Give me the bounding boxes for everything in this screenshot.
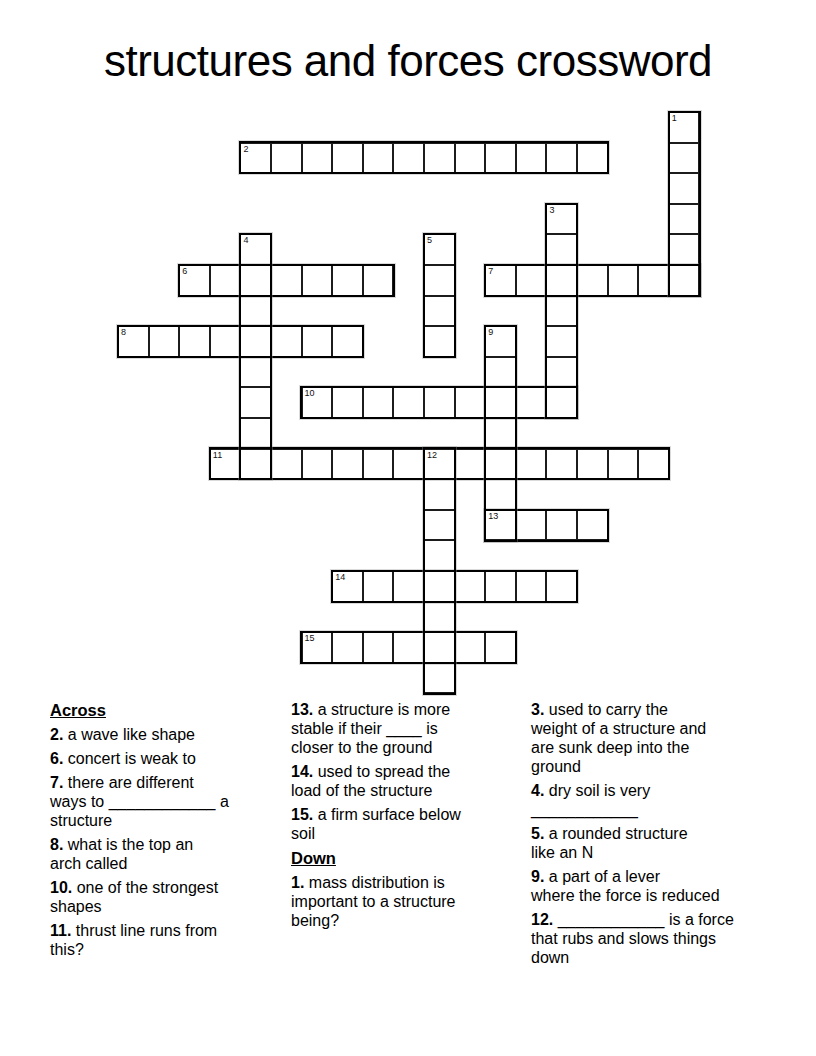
grid-cell-r11c7[interactable] [331, 448, 364, 481]
across-clue-13: 13. a structure is more stable if their … [291, 700, 523, 757]
grid-cell-r17c11[interactable] [454, 631, 487, 664]
down-clue-1: 1. mass distribution is important to a s… [291, 873, 523, 930]
grid-cell-r9c7[interactable] [331, 386, 364, 419]
grid-cell-r8c14[interactable] [545, 356, 578, 389]
grid-cell-r9c8[interactable] [362, 386, 395, 419]
grid-cell-r5c13[interactable] [515, 264, 548, 297]
grid-cell-r15c14[interactable] [545, 570, 578, 603]
grid-cell-r4c10[interactable]: 5 [423, 233, 456, 266]
clue-text: a part of a lever where the force is red… [531, 868, 720, 904]
clue-number-label: 15. [291, 806, 313, 823]
grid-cell-r9c10[interactable] [423, 386, 456, 419]
grid-cell-r18c10[interactable] [423, 662, 456, 695]
grid-cell-r7c5[interactable] [270, 325, 303, 358]
worksheet-page: structures and forces crossword 12345678… [0, 0, 816, 1056]
across-clue-7: 7. there are different ways to _________… [50, 773, 288, 830]
cell-number-13: 13 [488, 511, 498, 521]
grid-cell-r11c17[interactable] [637, 448, 670, 481]
cell-number-7: 7 [488, 266, 493, 276]
across-clue-6: 6. concert is weak to [50, 749, 288, 768]
grid-cell-r15c9[interactable] [392, 570, 425, 603]
grid-cell-r5c12[interactable]: 7 [484, 264, 517, 297]
grid-cell-r13c13[interactable] [515, 509, 548, 542]
grid-cell-r15c7[interactable]: 14 [331, 570, 364, 603]
grid-cell-r13c10[interactable] [423, 509, 456, 542]
clue-number-label: 13. [291, 701, 313, 718]
grid-cell-r11c10[interactable]: 12 [423, 448, 456, 481]
grid-cell-r1c7[interactable] [331, 142, 364, 175]
grid-cell-r11c4[interactable] [239, 448, 272, 481]
grid-cell-r1c18[interactable] [668, 142, 701, 175]
grid-cell-r4c14[interactable] [545, 233, 578, 266]
cell-number-1: 1 [672, 113, 677, 123]
down-clue-12: 12. ____________ is a force that rubs an… [531, 910, 775, 967]
grid-cell-r11c9[interactable] [392, 448, 425, 481]
grid-cell-r17c12[interactable] [484, 631, 517, 664]
grid-cell-r11c12[interactable] [484, 448, 517, 481]
grid-cell-r7c2[interactable] [178, 325, 211, 358]
grid-cell-r17c8[interactable] [362, 631, 395, 664]
grid-cell-r11c14[interactable] [545, 448, 578, 481]
grid-cell-r5c2[interactable]: 6 [178, 264, 211, 297]
clue-number-label: 3. [531, 701, 544, 718]
grid-cell-r13c15[interactable] [576, 509, 609, 542]
grid-cell-r4c4[interactable]: 4 [239, 233, 272, 266]
grid-cell-r12c10[interactable] [423, 478, 456, 511]
grid-cell-r1c9[interactable] [392, 142, 425, 175]
grid-cell-r5c15[interactable] [576, 264, 609, 297]
clue-number-label: 4. [531, 782, 544, 799]
clue-number-label: 10. [50, 879, 72, 896]
grid-cell-r9c9[interactable] [392, 386, 425, 419]
puzzle-title: structures and forces crossword [0, 36, 816, 86]
grid-cell-r1c11[interactable] [454, 142, 487, 175]
clue-number-label: 5. [531, 825, 544, 842]
cell-number-4: 4 [243, 235, 248, 245]
grid-cell-r1c4[interactable]: 2 [239, 142, 272, 175]
grid-cell-r7c10[interactable] [423, 325, 456, 358]
cell-number-10: 10 [305, 388, 315, 398]
grid-cell-r1c10[interactable] [423, 142, 456, 175]
down-clue-4: 4. dry soil is very ____________ [531, 781, 775, 819]
grid-cell-r11c6[interactable] [301, 448, 334, 481]
grid-cell-r5c7[interactable] [331, 264, 364, 297]
grid-cell-r7c12[interactable]: 9 [484, 325, 517, 358]
cell-number-9: 9 [488, 327, 493, 337]
clue-number-label: 6. [50, 750, 63, 767]
cell-number-11: 11 [213, 450, 222, 460]
grid-cell-r1c13[interactable] [515, 142, 548, 175]
grid-cell-r11c13[interactable] [515, 448, 548, 481]
grid-cell-r3c14[interactable]: 3 [545, 203, 578, 236]
grid-cell-r5c4[interactable] [239, 264, 272, 297]
grid-cell-r9c14[interactable] [545, 386, 578, 419]
grid-cell-r9c11[interactable] [454, 386, 487, 419]
crossword-grid: 123456789101112131415 [117, 111, 702, 696]
clue-number-label: 11. [50, 922, 71, 939]
across-clue-2: 2. a wave like shape [50, 725, 288, 744]
down-clue-9: 9. a part of a lever where the force is … [531, 867, 775, 905]
cell-number-6: 6 [182, 266, 187, 276]
grid-cell-r11c16[interactable] [607, 448, 640, 481]
clue-text: a rounded structure like an N [531, 825, 688, 861]
grid-cell-r9c13[interactable] [515, 386, 548, 419]
grid-cell-r6c4[interactable] [239, 295, 272, 328]
down-header: Down [291, 848, 523, 868]
grid-cell-r15c8[interactable] [362, 570, 395, 603]
grid-cell-r7c3[interactable] [209, 325, 242, 358]
grid-cell-r15c11[interactable] [454, 570, 487, 603]
grid-cell-r11c3[interactable]: 11 [209, 448, 242, 481]
grid-cell-r17c10[interactable] [423, 631, 456, 664]
clue-number-label: 14. [291, 763, 313, 780]
clue-number-label: 7. [50, 774, 63, 791]
grid-cell-r0c18[interactable]: 1 [668, 111, 701, 144]
grid-cell-r7c14[interactable] [545, 325, 578, 358]
across-header: Across [50, 700, 288, 720]
cell-number-12: 12 [427, 450, 437, 460]
grid-cell-r1c5[interactable] [270, 142, 303, 175]
grid-cell-r5c18[interactable] [668, 264, 701, 297]
grid-cell-r16c10[interactable] [423, 601, 456, 634]
cell-number-5: 5 [427, 235, 432, 245]
grid-cell-r5c6[interactable] [301, 264, 334, 297]
clues-column-1: Across2. a wave like shape6. concert is … [50, 700, 288, 964]
down-clue-5: 5. a rounded structure like an N [531, 824, 775, 862]
grid-cell-r14c10[interactable] [423, 539, 456, 572]
grid-cell-r5c5[interactable] [270, 264, 303, 297]
grid-cell-r11c8[interactable] [362, 448, 395, 481]
clues-column-2: 13. a structure is more stable if their … [291, 700, 523, 935]
grid-cell-r7c4[interactable] [239, 325, 272, 358]
clue-text: one of the strongest shapes [50, 879, 218, 915]
cell-number-15: 15 [305, 633, 315, 643]
grid-cell-r15c13[interactable] [515, 570, 548, 603]
grid-cell-r8c4[interactable] [239, 356, 272, 389]
grid-cell-r1c15[interactable] [576, 142, 609, 175]
clue-number-label: 12. [531, 911, 553, 928]
grid-cell-r7c1[interactable] [148, 325, 181, 358]
grid-cell-r1c8[interactable] [362, 142, 395, 175]
grid-cell-r9c4[interactable] [239, 386, 272, 419]
grid-cell-r13c12[interactable]: 13 [484, 509, 517, 542]
clue-number-label: 1. [291, 874, 304, 891]
grid-cell-r2c18[interactable] [668, 172, 701, 205]
clue-text: mass distribution is important to a stru… [291, 874, 456, 929]
clue-number-label: 2. [50, 726, 63, 743]
grid-cell-r8c12[interactable] [484, 356, 517, 389]
grid-cell-r5c8[interactable] [362, 264, 395, 297]
grid-cell-r9c6[interactable]: 10 [301, 386, 334, 419]
cell-number-2: 2 [243, 144, 248, 154]
clue-text: thrust line runs from this? [50, 922, 217, 958]
down-clue-3: 3. used to carry the weight of a structu… [531, 700, 775, 776]
grid-cell-r5c16[interactable] [607, 264, 640, 297]
grid-cell-r5c17[interactable] [637, 264, 670, 297]
grid-cell-r7c6[interactable] [301, 325, 334, 358]
cell-number-3: 3 [549, 205, 554, 215]
cell-number-8: 8 [121, 327, 126, 337]
clue-text: ____________ is a force that rubs and sl… [531, 911, 734, 966]
clue-number-label: 9. [531, 868, 544, 885]
grid-cell-r1c14[interactable] [545, 142, 578, 175]
grid-cell-r3c18[interactable] [668, 203, 701, 236]
grid-cell-r17c9[interactable] [392, 631, 425, 664]
across-clue-14: 14. used to spread the load of the struc… [291, 762, 523, 800]
across-clue-10: 10. one of the strongest shapes [50, 878, 288, 916]
clue-text: there are different ways to ____________… [50, 774, 229, 829]
clue-text: what is the top an arch called [50, 836, 193, 872]
grid-cell-r6c14[interactable] [545, 295, 578, 328]
cell-number-14: 14 [335, 572, 345, 582]
grid-cell-r12c12[interactable] [484, 478, 517, 511]
grid-cell-r6c10[interactable] [423, 295, 456, 328]
grid-cell-r1c12[interactable] [484, 142, 517, 175]
clue-text: a wave like shape [68, 726, 195, 743]
clue-text: a firm surface below soil [291, 806, 461, 842]
clues-column-3: 3. used to carry the weight of a structu… [531, 700, 775, 972]
grid-cell-r15c10[interactable] [423, 570, 456, 603]
clue-text: used to carry the weight of a structure … [531, 701, 706, 775]
grid-cell-r10c4[interactable] [239, 417, 272, 450]
grid-cell-r9c12[interactable] [484, 386, 517, 419]
clue-text: used to spread the load of the structure [291, 763, 450, 799]
across-clue-11: 11. thrust line runs from this? [50, 921, 288, 959]
grid-cell-r5c14[interactable] [545, 264, 578, 297]
grid-cell-r17c6[interactable]: 15 [301, 631, 334, 664]
across-clue-15: 15. a firm surface below soil [291, 805, 523, 843]
grid-cell-r7c7[interactable] [331, 325, 364, 358]
clue-number-label: 8. [50, 836, 63, 853]
grid-cell-r4c18[interactable] [668, 233, 701, 266]
grid-cell-r15c12[interactable] [484, 570, 517, 603]
across-clue-8: 8. what is the top an arch called [50, 835, 288, 873]
grid-cell-r11c5[interactable] [270, 448, 303, 481]
grid-cell-r5c10[interactable] [423, 264, 456, 297]
clue-text: concert is weak to [68, 750, 196, 767]
grid-cell-r11c11[interactable] [454, 448, 487, 481]
grid-cell-r11c15[interactable] [576, 448, 609, 481]
clue-text: a structure is more stable if their ____… [291, 701, 450, 756]
grid-cell-r5c3[interactable] [209, 264, 242, 297]
grid-cell-r10c12[interactable] [484, 417, 517, 450]
grid-cell-r1c6[interactable] [301, 142, 334, 175]
grid-cell-r17c7[interactable] [331, 631, 364, 664]
clue-text: dry soil is very ____________ [531, 782, 650, 818]
grid-cell-r13c14[interactable] [545, 509, 578, 542]
grid-cell-r7c0[interactable]: 8 [117, 325, 150, 358]
